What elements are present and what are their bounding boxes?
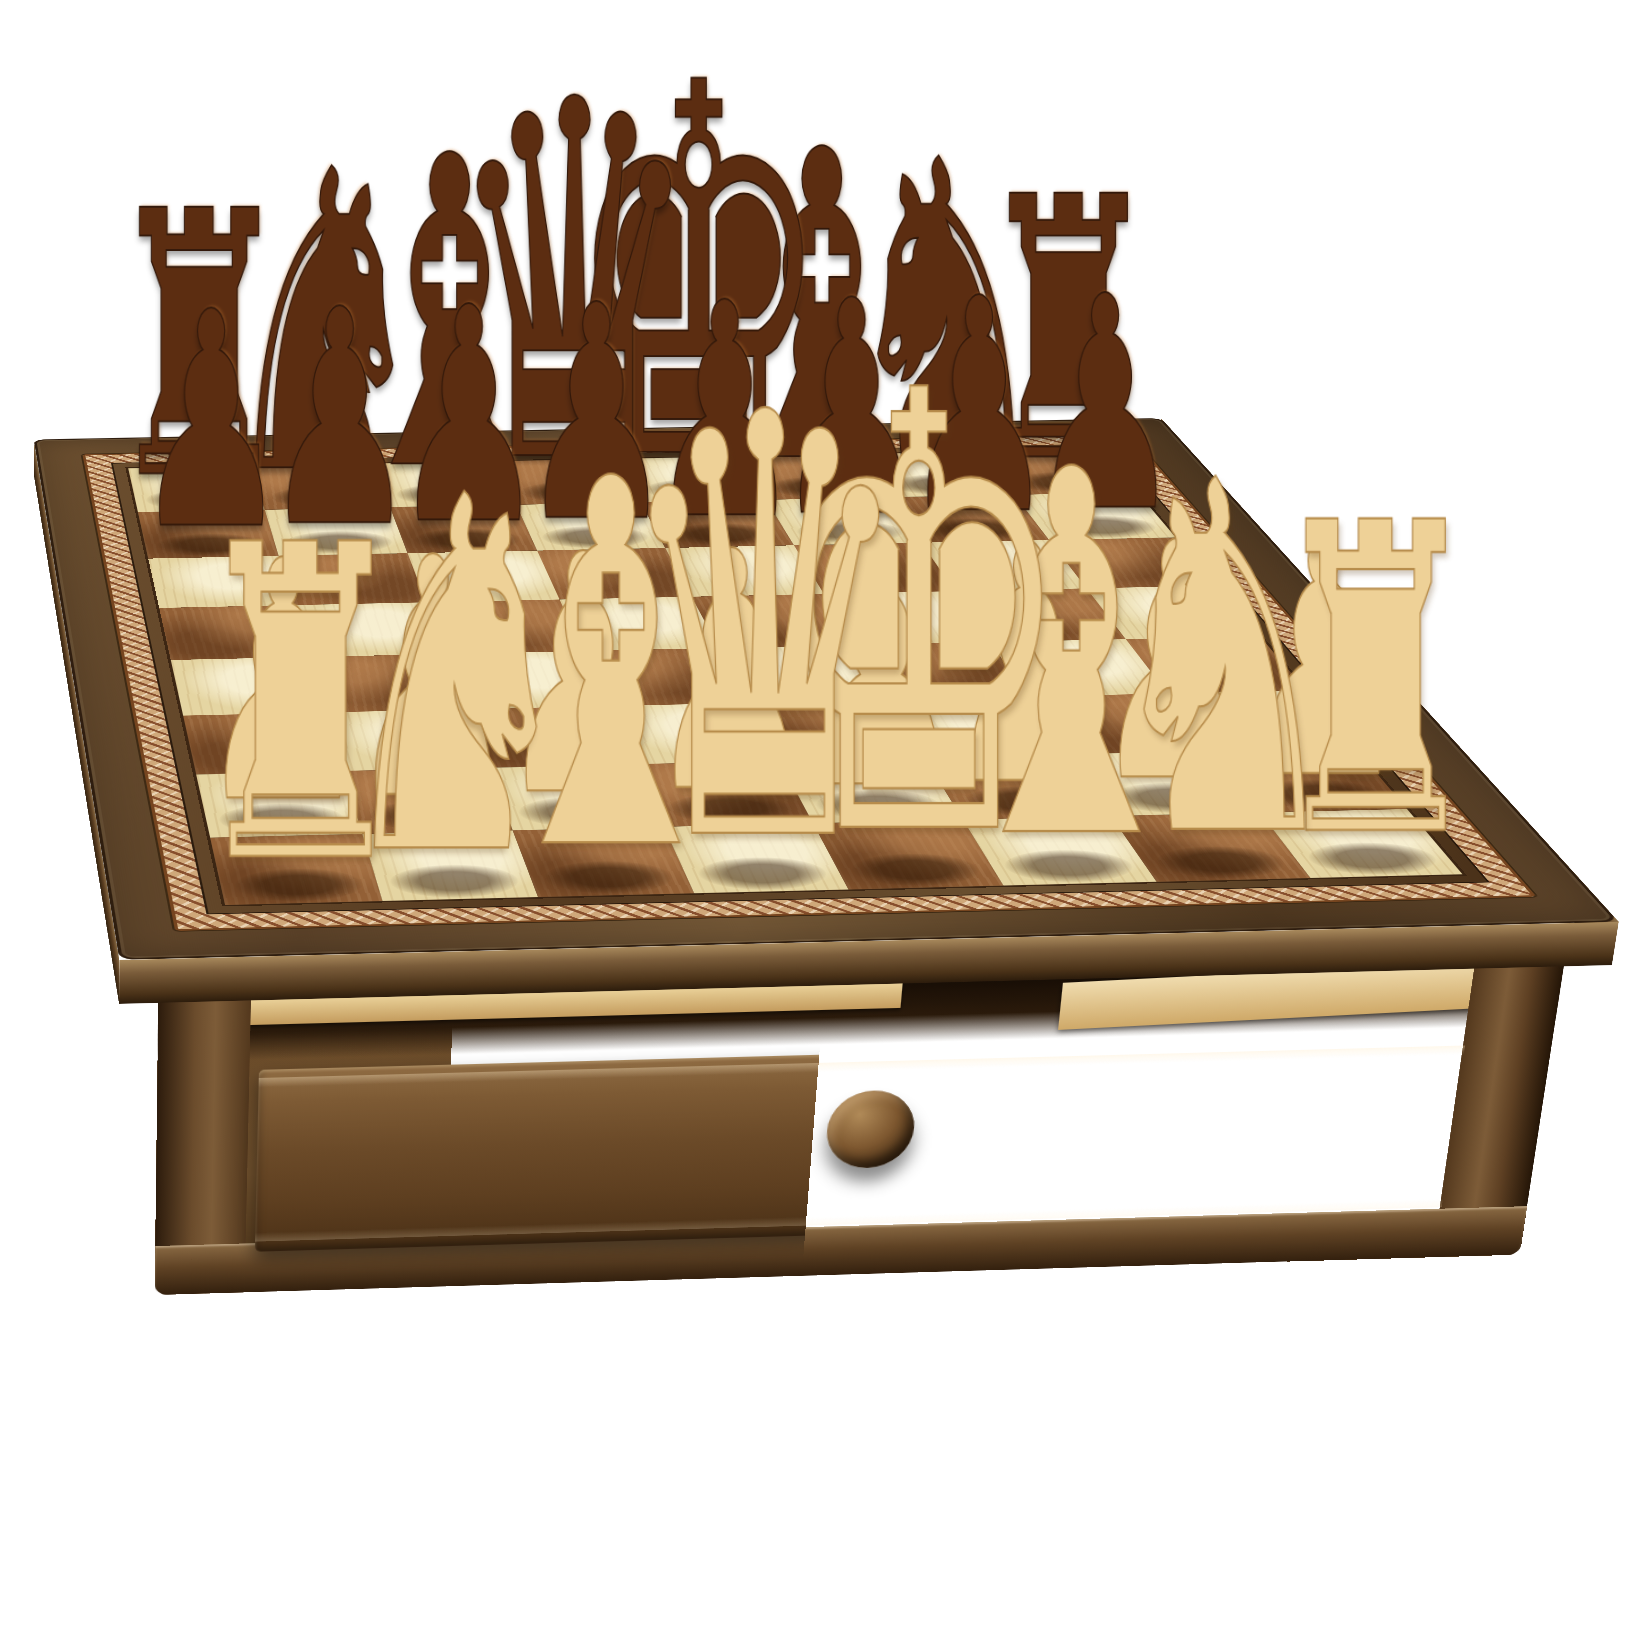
drawer-front[interactable] (255, 1037, 1466, 1251)
chess-chest: ♜♞♝♛♚♝♞♜♟♟♟♟♟♟♟♟♟♟♟♟♟♟♟♟♜♞♝♛♚♝♞♜ (34, 418, 1619, 960)
studio-background: ♜♞♝♛♚♝♞♜♟♟♟♟♟♟♟♟♟♟♟♟♟♟♟♟♜♞♝♛♚♝♞♜ (0, 0, 1652, 1652)
scene: ♜♞♝♛♚♝♞♜♟♟♟♟♟♟♟♟♟♟♟♟♟♟♟♟♜♞♝♛♚♝♞♜ (0, 0, 1652, 1652)
square-a1[interactable]: ♜ (210, 834, 382, 905)
piece-white-rook-a1[interactable]: ♜ (106, 501, 494, 890)
chess-board: ♜♞♝♛♚♝♞♜♟♟♟♟♟♟♟♟♟♟♟♟♟♟♟♟♜♞♝♛♚♝♞♜ (128, 449, 1462, 904)
chest-front (155, 958, 1566, 1295)
piece-glyph: ♜ (188, 501, 413, 912)
drawer-knob[interactable] (824, 1089, 917, 1169)
